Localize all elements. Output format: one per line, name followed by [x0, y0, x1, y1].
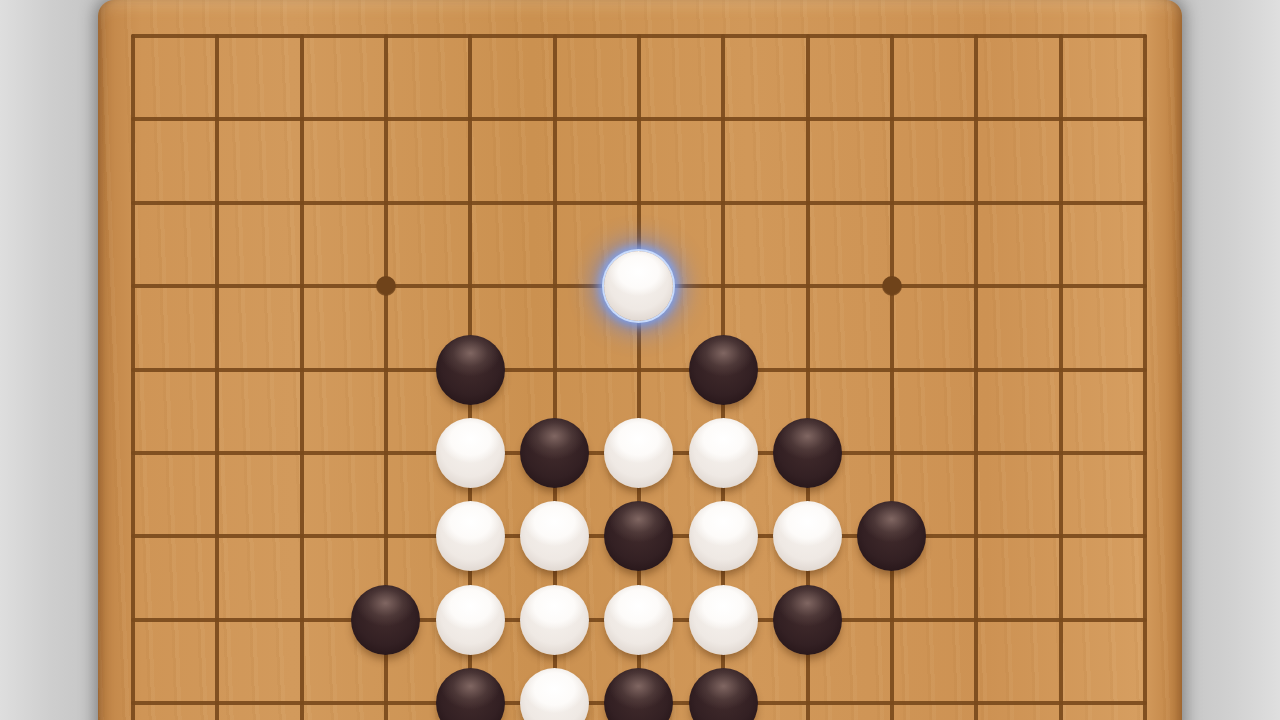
intersection-7-3[interactable]: [681, 244, 765, 327]
intersection-7-0[interactable]: [681, 0, 765, 78]
intersection-5-3[interactable]: [512, 244, 596, 327]
intersection-0-2[interactable]: [91, 161, 175, 244]
intersection-5-1[interactable]: [512, 78, 596, 161]
intersection-8-8[interactable]: [765, 661, 849, 720]
intersection-9-8[interactable]: [850, 661, 934, 720]
intersection-6-8[interactable]: [597, 661, 681, 720]
intersection-9-0[interactable]: [850, 0, 934, 78]
intersection-6-3[interactable]: [597, 244, 681, 327]
board-intersections: [91, 0, 1187, 720]
intersection-3-3[interactable]: [344, 244, 428, 327]
white-stone: [604, 585, 673, 655]
intersection-1-1[interactable]: [175, 78, 259, 161]
intersection-12-8[interactable]: [1103, 661, 1187, 720]
intersection-5-6[interactable]: [512, 495, 596, 578]
intersection-7-7[interactable]: [681, 578, 765, 661]
intersection-6-1[interactable]: [597, 78, 681, 161]
intersection-10-7[interactable]: [934, 578, 1018, 661]
intersection-11-8[interactable]: [1018, 661, 1102, 720]
white-stone: [436, 501, 505, 571]
white-stone: [436, 418, 505, 488]
intersection-8-3[interactable]: [765, 244, 849, 327]
intersection-4-6[interactable]: [428, 495, 512, 578]
intersection-6-0[interactable]: [597, 0, 681, 78]
intersection-2-6[interactable]: [260, 495, 344, 578]
intersection-12-1[interactable]: [1103, 78, 1187, 161]
black-stone: [604, 668, 673, 720]
intersection-9-5[interactable]: [850, 411, 934, 494]
intersection-2-8[interactable]: [260, 661, 344, 720]
intersection-3-5[interactable]: [344, 411, 428, 494]
intersection-6-4[interactable]: [597, 328, 681, 411]
app-background: [0, 0, 1280, 720]
intersection-6-5[interactable]: [597, 411, 681, 494]
intersection-12-4[interactable]: [1103, 328, 1187, 411]
white-stone: [773, 501, 842, 571]
intersection-2-4[interactable]: [260, 328, 344, 411]
intersection-5-7[interactable]: [512, 578, 596, 661]
intersection-7-6[interactable]: [681, 495, 765, 578]
last-move-white-stone: [604, 251, 673, 321]
intersection-0-7[interactable]: [91, 578, 175, 661]
intersection-3-2[interactable]: [344, 161, 428, 244]
black-stone: [857, 501, 926, 571]
intersection-12-7[interactable]: [1103, 578, 1187, 661]
intersection-8-1[interactable]: [765, 78, 849, 161]
intersection-4-4[interactable]: [428, 328, 512, 411]
intersection-10-3[interactable]: [934, 244, 1018, 327]
intersection-8-2[interactable]: [765, 161, 849, 244]
intersection-2-2[interactable]: [260, 161, 344, 244]
intersection-3-7[interactable]: [344, 578, 428, 661]
intersection-7-5[interactable]: [681, 411, 765, 494]
intersection-4-8[interactable]: [428, 661, 512, 720]
intersection-2-7[interactable]: [260, 578, 344, 661]
intersection-2-3[interactable]: [260, 244, 344, 327]
intersection-10-8[interactable]: [934, 661, 1018, 720]
white-stone: [689, 418, 758, 488]
intersection-2-5[interactable]: [260, 411, 344, 494]
white-stone: [436, 585, 505, 655]
intersection-10-5[interactable]: [934, 411, 1018, 494]
intersection-10-0[interactable]: [934, 0, 1018, 78]
intersection-4-5[interactable]: [428, 411, 512, 494]
intersection-8-0[interactable]: [765, 0, 849, 78]
intersection-4-7[interactable]: [428, 578, 512, 661]
intersection-5-4[interactable]: [512, 328, 596, 411]
intersection-10-4[interactable]: [934, 328, 1018, 411]
intersection-4-3[interactable]: [428, 244, 512, 327]
black-stone: [436, 335, 505, 405]
intersection-6-2[interactable]: [597, 161, 681, 244]
intersection-9-4[interactable]: [850, 328, 934, 411]
intersection-8-6[interactable]: [765, 495, 849, 578]
intersection-11-5[interactable]: [1018, 411, 1102, 494]
intersection-11-4[interactable]: [1018, 328, 1102, 411]
white-stone: [689, 501, 758, 571]
intersection-10-1[interactable]: [934, 78, 1018, 161]
intersection-0-5[interactable]: [91, 411, 175, 494]
intersection-7-8[interactable]: [681, 661, 765, 720]
intersection-12-6[interactable]: [1103, 495, 1187, 578]
intersection-1-5[interactable]: [175, 411, 259, 494]
intersection-3-1[interactable]: [344, 78, 428, 161]
black-stone: [689, 668, 758, 720]
intersection-9-3[interactable]: [850, 244, 934, 327]
intersection-0-8[interactable]: [91, 661, 175, 720]
intersection-12-0[interactable]: [1103, 0, 1187, 78]
intersection-9-1[interactable]: [850, 78, 934, 161]
intersection-10-6[interactable]: [934, 495, 1018, 578]
intersection-0-6[interactable]: [91, 495, 175, 578]
intersection-3-8[interactable]: [344, 661, 428, 720]
black-stone: [773, 585, 842, 655]
goban[interactable]: [98, 0, 1182, 720]
intersection-12-3[interactable]: [1103, 244, 1187, 327]
intersection-11-3[interactable]: [1018, 244, 1102, 327]
intersection-11-2[interactable]: [1018, 161, 1102, 244]
intersection-3-6[interactable]: [344, 495, 428, 578]
intersection-8-4[interactable]: [765, 328, 849, 411]
white-stone: [604, 418, 673, 488]
intersection-0-3[interactable]: [91, 244, 175, 327]
intersection-8-5[interactable]: [765, 411, 849, 494]
intersection-12-2[interactable]: [1103, 161, 1187, 244]
intersection-1-3[interactable]: [175, 244, 259, 327]
intersection-1-6[interactable]: [175, 495, 259, 578]
intersection-11-0[interactable]: [1018, 0, 1102, 78]
intersection-2-1[interactable]: [260, 78, 344, 161]
intersection-5-2[interactable]: [512, 161, 596, 244]
black-stone: [520, 418, 589, 488]
intersection-3-0[interactable]: [344, 0, 428, 78]
intersection-0-0[interactable]: [91, 0, 175, 78]
intersection-0-1[interactable]: [91, 78, 175, 161]
intersection-5-8[interactable]: [512, 661, 596, 720]
intersection-12-5[interactable]: [1103, 411, 1187, 494]
intersection-5-5[interactable]: [512, 411, 596, 494]
intersection-0-4[interactable]: [91, 328, 175, 411]
black-stone: [604, 501, 673, 571]
intersection-1-4[interactable]: [175, 328, 259, 411]
black-stone: [689, 335, 758, 405]
intersection-11-6[interactable]: [1018, 495, 1102, 578]
black-stone: [773, 418, 842, 488]
intersection-11-7[interactable]: [1018, 578, 1102, 661]
intersection-1-7[interactable]: [175, 578, 259, 661]
intersection-10-2[interactable]: [934, 161, 1018, 244]
intersection-1-0[interactable]: [175, 0, 259, 78]
intersection-1-2[interactable]: [175, 161, 259, 244]
intersection-9-6[interactable]: [850, 495, 934, 578]
intersection-7-2[interactable]: [681, 161, 765, 244]
intersection-1-8[interactable]: [175, 661, 259, 720]
intersection-8-7[interactable]: [765, 578, 849, 661]
intersection-6-6[interactable]: [597, 495, 681, 578]
intersection-6-7[interactable]: [597, 578, 681, 661]
white-stone: [520, 501, 589, 571]
intersection-4-2[interactable]: [428, 161, 512, 244]
intersection-9-2[interactable]: [850, 161, 934, 244]
black-stone: [351, 585, 420, 655]
intersection-3-4[interactable]: [344, 328, 428, 411]
white-stone: [689, 585, 758, 655]
black-stone: [436, 668, 505, 720]
intersection-2-0[interactable]: [260, 0, 344, 78]
white-stone: [520, 585, 589, 655]
intersection-11-1[interactable]: [1018, 78, 1102, 161]
intersection-5-0[interactable]: [512, 0, 596, 78]
intersection-4-0[interactable]: [428, 0, 512, 78]
intersection-7-1[interactable]: [681, 78, 765, 161]
intersection-7-4[interactable]: [681, 328, 765, 411]
intersection-4-1[interactable]: [428, 78, 512, 161]
white-stone: [520, 668, 589, 720]
intersection-9-7[interactable]: [850, 578, 934, 661]
